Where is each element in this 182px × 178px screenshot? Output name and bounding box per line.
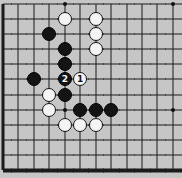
board-intersection — [73, 12, 88, 27]
white-stone — [89, 27, 103, 41]
board-intersection — [0, 87, 11, 102]
board-intersection — [73, 162, 88, 177]
board-intersection — [134, 0, 149, 12]
board-intersection — [11, 162, 26, 177]
board-intersection — [119, 162, 134, 177]
board-intersection — [26, 0, 41, 12]
black-stone — [42, 27, 56, 41]
board-intersection — [88, 162, 103, 177]
board-intersection — [119, 147, 134, 162]
white-stone — [58, 12, 72, 26]
board-intersection — [119, 27, 134, 42]
board-intersection — [0, 102, 11, 117]
board-intersection — [134, 57, 149, 72]
board-intersection — [165, 12, 180, 27]
board-intersection — [165, 42, 180, 57]
board-intersection — [134, 72, 149, 87]
board-intersection — [0, 162, 11, 177]
board-intersection — [150, 117, 165, 132]
board-intersection — [119, 0, 134, 12]
board-intersection — [134, 42, 149, 57]
board-intersection — [42, 0, 57, 12]
board-intersection — [119, 72, 134, 87]
board-intersection — [165, 132, 180, 147]
board-intersection — [103, 87, 118, 102]
board-intersection — [57, 57, 72, 72]
board-intersection — [88, 0, 103, 12]
board-intersection — [134, 87, 149, 102]
board-intersection — [150, 132, 165, 147]
white-stone — [89, 12, 103, 26]
board-intersection — [11, 27, 26, 42]
board-intersection — [11, 132, 26, 147]
board-intersection — [42, 42, 57, 57]
board-intersection — [11, 57, 26, 72]
board-intersection — [103, 102, 118, 117]
board-intersection — [119, 42, 134, 57]
board-intersection — [57, 147, 72, 162]
board-intersection — [0, 57, 11, 72]
board-intersection — [165, 57, 180, 72]
board-intersection — [103, 42, 118, 57]
board-intersection — [119, 132, 134, 147]
board-intersection — [73, 102, 88, 117]
board-intersection — [103, 27, 118, 42]
board-intersection — [0, 0, 11, 12]
move-2-black-stone: 2 — [58, 72, 72, 86]
board-intersection — [150, 0, 165, 12]
board-intersection — [88, 132, 103, 147]
black-stone — [27, 72, 41, 86]
board-intersection — [42, 87, 57, 102]
board-intersection — [11, 102, 26, 117]
star-point — [171, 2, 175, 6]
board-intersection — [11, 87, 26, 102]
board-intersection — [88, 27, 103, 42]
white-stone — [89, 118, 103, 132]
board-intersection — [88, 57, 103, 72]
board-intersection — [11, 0, 26, 12]
board-intersection — [26, 132, 41, 147]
board-intersection — [57, 0, 72, 12]
board-intersection — [26, 147, 41, 162]
board-intersection — [134, 147, 149, 162]
black-stone — [104, 103, 118, 117]
board-intersection — [88, 12, 103, 27]
board-intersection — [0, 147, 11, 162]
board-intersection — [119, 102, 134, 117]
board-intersection — [42, 132, 57, 147]
board-intersection — [103, 0, 118, 12]
board-intersection — [150, 102, 165, 117]
board-intersection — [119, 57, 134, 72]
black-stone — [73, 103, 87, 117]
board-intersection — [165, 102, 180, 117]
board-intersection — [134, 102, 149, 117]
board-intersection — [42, 72, 57, 87]
board-intersection — [26, 162, 41, 177]
board-intersection — [0, 42, 11, 57]
board-intersection — [42, 57, 57, 72]
board-intersection — [0, 72, 11, 87]
board-intersection — [165, 147, 180, 162]
board-intersection — [88, 102, 103, 117]
white-stone — [73, 118, 87, 132]
board-intersection — [57, 12, 72, 27]
board-intersection — [165, 72, 180, 87]
board-intersection — [103, 57, 118, 72]
board-intersection — [57, 117, 72, 132]
board-intersection — [134, 117, 149, 132]
board-intersection — [103, 147, 118, 162]
board-intersection — [134, 132, 149, 147]
board-intersection — [26, 57, 41, 72]
board-intersection — [103, 12, 118, 27]
board-intersection — [88, 117, 103, 132]
board-intersection — [134, 12, 149, 27]
board-intersection — [165, 162, 180, 177]
go-board: 21 — [0, 0, 181, 178]
white-stone — [42, 103, 56, 117]
board-intersection — [165, 0, 180, 12]
board-intersection — [73, 0, 88, 12]
board-intersection — [26, 72, 41, 87]
board-intersection — [0, 12, 11, 27]
board-intersection: 2 — [57, 72, 72, 87]
board-intersection — [73, 132, 88, 147]
board-intersection — [103, 117, 118, 132]
board-intersection — [57, 27, 72, 42]
board-intersection — [42, 147, 57, 162]
board-intersection — [88, 72, 103, 87]
board-intersection — [165, 87, 180, 102]
move-1-white-stone: 1 — [73, 72, 87, 86]
board-intersection — [57, 132, 72, 147]
board-intersection — [26, 12, 41, 27]
board-intersection — [150, 147, 165, 162]
board-intersection — [26, 102, 41, 117]
black-stone — [89, 103, 103, 117]
board-intersection — [119, 117, 134, 132]
board-intersection — [73, 87, 88, 102]
board-intersection — [26, 27, 41, 42]
black-stone — [58, 88, 72, 102]
black-stone — [58, 42, 72, 56]
board-intersection — [11, 147, 26, 162]
board-intersection — [73, 57, 88, 72]
board-intersection — [134, 162, 149, 177]
board-intersection — [11, 72, 26, 87]
board-intersection — [103, 132, 118, 147]
board-intersection — [119, 87, 134, 102]
board-intersection — [57, 102, 72, 117]
board-intersection — [150, 72, 165, 87]
board-intersection — [42, 27, 57, 42]
board-intersection: 1 — [73, 72, 88, 87]
white-stone — [89, 42, 103, 56]
board-intersection — [150, 27, 165, 42]
board-intersection — [57, 42, 72, 57]
board-intersection — [11, 117, 26, 132]
board-intersection — [150, 12, 165, 27]
board-intersection — [150, 42, 165, 57]
star-point — [63, 108, 67, 112]
board-intersection — [88, 147, 103, 162]
star-point — [63, 2, 67, 6]
board-intersection — [73, 27, 88, 42]
black-stone — [58, 57, 72, 71]
board-intersection — [0, 117, 11, 132]
board-intersection — [42, 162, 57, 177]
board-intersection — [42, 117, 57, 132]
board-intersection — [88, 87, 103, 102]
board-intersection — [57, 87, 72, 102]
board-intersection — [165, 27, 180, 42]
board-intersection — [103, 162, 118, 177]
board-intersection — [150, 162, 165, 177]
board-intersection — [26, 87, 41, 102]
board-intersection — [119, 12, 134, 27]
board-intersection — [0, 27, 11, 42]
board-intersection — [150, 87, 165, 102]
board-intersection — [73, 147, 88, 162]
board-intersection — [42, 12, 57, 27]
board-intersection — [42, 102, 57, 117]
board-intersection — [73, 42, 88, 57]
board-intersection — [57, 162, 72, 177]
board-intersection — [11, 12, 26, 27]
board-intersection — [134, 27, 149, 42]
white-stone — [58, 118, 72, 132]
board-intersection — [103, 72, 118, 87]
board-intersection — [11, 42, 26, 57]
star-point — [171, 108, 175, 112]
board-intersection — [26, 117, 41, 132]
board-intersection — [150, 57, 165, 72]
board-intersection — [88, 42, 103, 57]
board-intersection — [73, 117, 88, 132]
go-diagram: 21 — [0, 0, 182, 178]
board-intersection — [26, 42, 41, 57]
board-intersection — [0, 132, 11, 147]
white-stone — [42, 88, 56, 102]
board-intersection — [165, 117, 180, 132]
